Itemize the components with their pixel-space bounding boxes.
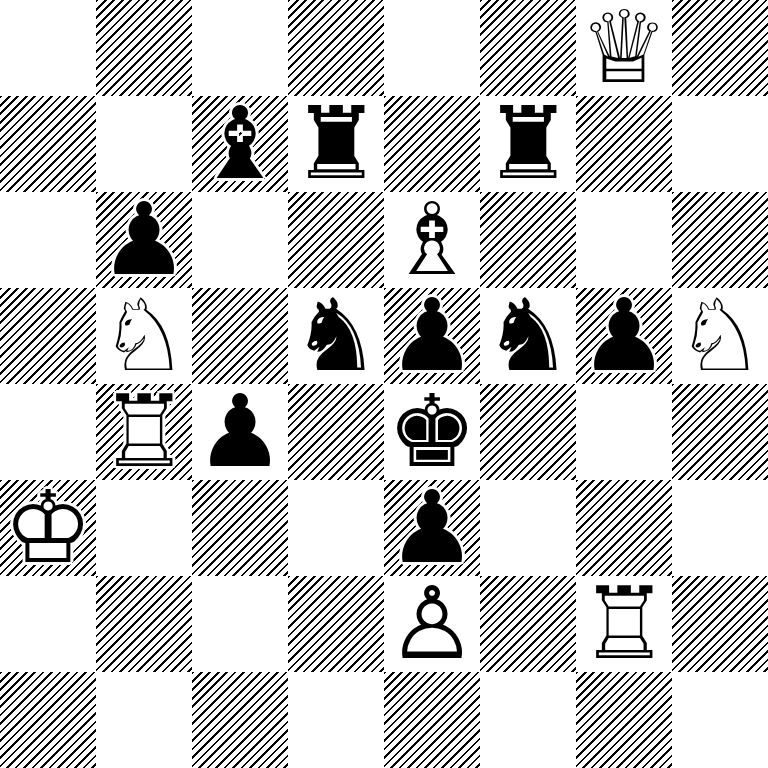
square-h5[interactable]: ♞♘ bbox=[672, 288, 768, 384]
square-d2[interactable] bbox=[288, 576, 384, 672]
piece-white-knight: ♘ bbox=[672, 288, 768, 384]
chess-board: ♛♕♝♜♜♟♝♗♞♘♞♟♞♟♞♘♜♖♟♚♚♔♟♟♙♜♖ bbox=[0, 0, 768, 768]
square-g7[interactable] bbox=[576, 96, 672, 192]
square-e8[interactable] bbox=[384, 0, 480, 96]
square-e7[interactable] bbox=[384, 96, 480, 192]
piece-white-bishop: ♗ bbox=[384, 192, 480, 288]
square-e3[interactable]: ♟ bbox=[384, 480, 480, 576]
square-d5[interactable]: ♞ bbox=[288, 288, 384, 384]
square-b7[interactable] bbox=[96, 96, 192, 192]
piece-black-knight: ♞ bbox=[288, 288, 384, 384]
piece-black-pawn: ♟ bbox=[192, 384, 288, 480]
square-a8[interactable] bbox=[0, 0, 96, 96]
piece-black-pawn: ♟ bbox=[384, 288, 480, 384]
square-b6[interactable]: ♟ bbox=[96, 192, 192, 288]
square-a1[interactable] bbox=[0, 672, 96, 768]
square-f1[interactable] bbox=[480, 672, 576, 768]
square-c3[interactable] bbox=[192, 480, 288, 576]
piece-black-king: ♚ bbox=[384, 384, 480, 480]
square-b3[interactable] bbox=[96, 480, 192, 576]
square-b5[interactable]: ♞♘ bbox=[96, 288, 192, 384]
piece-white-king: ♔ bbox=[0, 480, 96, 576]
square-e2[interactable]: ♟♙ bbox=[384, 576, 480, 672]
square-a3[interactable]: ♚♔ bbox=[0, 480, 96, 576]
piece-white-pawn: ♙ bbox=[384, 576, 480, 672]
piece-black-rook: ♜ bbox=[480, 96, 576, 192]
square-f3[interactable] bbox=[480, 480, 576, 576]
square-d3[interactable] bbox=[288, 480, 384, 576]
square-c8[interactable] bbox=[192, 0, 288, 96]
piece-white-rook: ♖ bbox=[96, 384, 192, 480]
square-c4[interactable]: ♟ bbox=[192, 384, 288, 480]
square-e1[interactable] bbox=[384, 672, 480, 768]
square-f5[interactable]: ♞ bbox=[480, 288, 576, 384]
square-h8[interactable] bbox=[672, 0, 768, 96]
square-d7[interactable]: ♜ bbox=[288, 96, 384, 192]
square-a5[interactable] bbox=[0, 288, 96, 384]
square-f4[interactable] bbox=[480, 384, 576, 480]
square-e5[interactable]: ♟ bbox=[384, 288, 480, 384]
square-d8[interactable] bbox=[288, 0, 384, 96]
piece-white-knight: ♘ bbox=[96, 288, 192, 384]
square-e4[interactable]: ♚ bbox=[384, 384, 480, 480]
square-f6[interactable] bbox=[480, 192, 576, 288]
square-c5[interactable] bbox=[192, 288, 288, 384]
piece-black-rook: ♜ bbox=[288, 96, 384, 192]
square-h7[interactable] bbox=[672, 96, 768, 192]
square-h3[interactable] bbox=[672, 480, 768, 576]
square-b8[interactable] bbox=[96, 0, 192, 96]
piece-black-pawn: ♟ bbox=[96, 192, 192, 288]
piece-black-pawn: ♟ bbox=[576, 288, 672, 384]
square-c2[interactable] bbox=[192, 576, 288, 672]
square-f8[interactable] bbox=[480, 0, 576, 96]
square-a4[interactable] bbox=[0, 384, 96, 480]
square-c7[interactable]: ♝ bbox=[192, 96, 288, 192]
square-c1[interactable] bbox=[192, 672, 288, 768]
square-g6[interactable] bbox=[576, 192, 672, 288]
piece-white-queen: ♕ bbox=[576, 0, 672, 96]
piece-white-rook: ♖ bbox=[576, 576, 672, 672]
square-g8[interactable]: ♛♕ bbox=[576, 0, 672, 96]
square-b1[interactable] bbox=[96, 672, 192, 768]
square-d4[interactable] bbox=[288, 384, 384, 480]
square-b4[interactable]: ♜♖ bbox=[96, 384, 192, 480]
square-e6[interactable]: ♝♗ bbox=[384, 192, 480, 288]
square-h6[interactable] bbox=[672, 192, 768, 288]
square-c6[interactable] bbox=[192, 192, 288, 288]
square-d1[interactable] bbox=[288, 672, 384, 768]
square-g1[interactable] bbox=[576, 672, 672, 768]
square-f2[interactable] bbox=[480, 576, 576, 672]
square-d6[interactable] bbox=[288, 192, 384, 288]
piece-black-bishop: ♝ bbox=[192, 96, 288, 192]
square-a2[interactable] bbox=[0, 576, 96, 672]
square-h2[interactable] bbox=[672, 576, 768, 672]
square-g3[interactable] bbox=[576, 480, 672, 576]
piece-black-pawn: ♟ bbox=[384, 480, 480, 576]
square-g4[interactable] bbox=[576, 384, 672, 480]
square-b2[interactable] bbox=[96, 576, 192, 672]
piece-black-knight: ♞ bbox=[480, 288, 576, 384]
square-a7[interactable] bbox=[0, 96, 96, 192]
square-g5[interactable]: ♟ bbox=[576, 288, 672, 384]
square-a6[interactable] bbox=[0, 192, 96, 288]
square-g2[interactable]: ♜♖ bbox=[576, 576, 672, 672]
square-h4[interactable] bbox=[672, 384, 768, 480]
square-h1[interactable] bbox=[672, 672, 768, 768]
square-f7[interactable]: ♜ bbox=[480, 96, 576, 192]
